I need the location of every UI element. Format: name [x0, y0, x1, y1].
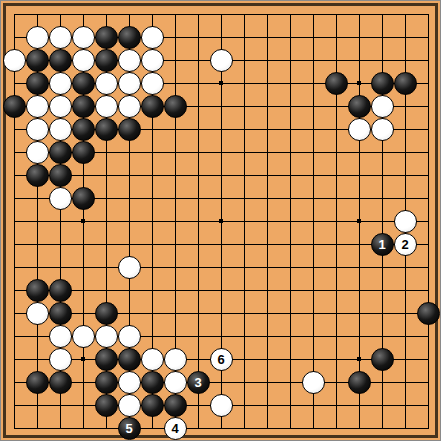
- stone-black: [95, 118, 118, 141]
- stone-white: [26, 95, 49, 118]
- stone-white: [118, 325, 141, 348]
- stone-white: [141, 348, 164, 371]
- stone-white: [72, 49, 95, 72]
- stone-black: [49, 141, 72, 164]
- star-point: [219, 81, 223, 85]
- stone-white: [118, 371, 141, 394]
- stone-black: [95, 49, 118, 72]
- stone-white: [164, 348, 187, 371]
- stone-black: [325, 72, 348, 95]
- stone-black: [49, 279, 72, 302]
- stone-black: [26, 371, 49, 394]
- move-number-label: 4: [171, 418, 178, 439]
- stone-black-move-1: 1: [371, 233, 394, 256]
- stone-black: [72, 72, 95, 95]
- stone-black: [118, 118, 141, 141]
- stone-white: [26, 302, 49, 325]
- stone-white: [49, 187, 72, 210]
- stone-white: [118, 394, 141, 417]
- stone-white: [371, 95, 394, 118]
- grid-line-vertical: [267, 14, 268, 429]
- stone-black: [72, 95, 95, 118]
- stone-black: [72, 187, 95, 210]
- stone-white: [95, 325, 118, 348]
- stone-white: [371, 118, 394, 141]
- stone-black-move-3: 3: [187, 371, 210, 394]
- stone-black: [118, 348, 141, 371]
- stone-black-move-5: 5: [118, 417, 141, 440]
- stone-black: [26, 49, 49, 72]
- stone-white: [26, 26, 49, 49]
- stone-black: [348, 95, 371, 118]
- stone-white: [49, 325, 72, 348]
- stone-black: [371, 72, 394, 95]
- stone-black: [371, 348, 394, 371]
- stone-white: [72, 26, 95, 49]
- grid-line-vertical: [244, 14, 245, 429]
- stone-white: [72, 325, 95, 348]
- stone-white: [141, 49, 164, 72]
- star-point: [81, 219, 85, 223]
- stone-black: [348, 371, 371, 394]
- stone-black: [417, 302, 440, 325]
- stone-white: [164, 371, 187, 394]
- stone-white: [49, 118, 72, 141]
- grid-line-vertical: [428, 14, 429, 429]
- stone-white: [3, 49, 26, 72]
- grid-line-vertical: [290, 14, 291, 429]
- stone-white: [394, 210, 417, 233]
- stone-white: [26, 141, 49, 164]
- stone-white-move-4: 4: [164, 417, 187, 440]
- stone-black: [26, 164, 49, 187]
- grid-line-horizontal: [14, 267, 429, 268]
- move-number-label: 3: [194, 372, 201, 393]
- stone-white: [118, 256, 141, 279]
- stone-black: [49, 371, 72, 394]
- grid-line-vertical: [313, 14, 314, 429]
- stone-black: [394, 72, 417, 95]
- stone-black: [72, 141, 95, 164]
- star-point: [357, 219, 361, 223]
- move-number-label: 2: [401, 234, 408, 255]
- stone-white: [118, 72, 141, 95]
- stone-white: [118, 95, 141, 118]
- stone-white: [49, 348, 72, 371]
- stone-white: [348, 118, 371, 141]
- grid-line-horizontal: [14, 244, 429, 245]
- stone-black: [95, 371, 118, 394]
- stone-white: [49, 26, 72, 49]
- stone-black: [49, 164, 72, 187]
- stone-white: [302, 371, 325, 394]
- stone-black: [141, 95, 164, 118]
- stone-white: [210, 49, 233, 72]
- star-point: [219, 219, 223, 223]
- stone-black: [3, 95, 26, 118]
- stone-white: [26, 118, 49, 141]
- stone-black: [72, 118, 95, 141]
- stone-white: [49, 72, 72, 95]
- stone-white-move-2: 2: [394, 233, 417, 256]
- stone-white: [118, 49, 141, 72]
- stone-black: [164, 95, 187, 118]
- stone-black: [95, 348, 118, 371]
- move-number-label: 6: [217, 349, 224, 370]
- stone-black: [26, 279, 49, 302]
- grid-line-horizontal: [14, 428, 429, 429]
- stone-white: [95, 95, 118, 118]
- stone-white: [141, 26, 164, 49]
- go-board-diagram: 126354: [0, 0, 441, 441]
- stone-white: [95, 72, 118, 95]
- stone-white-move-6: 6: [210, 348, 233, 371]
- stone-black: [95, 26, 118, 49]
- move-number-label: 1: [378, 234, 385, 255]
- grid-line-horizontal: [14, 290, 429, 291]
- stone-black: [141, 371, 164, 394]
- star-point: [357, 81, 361, 85]
- grid-line-horizontal: [14, 313, 429, 314]
- stone-white: [141, 72, 164, 95]
- stone-black: [141, 394, 164, 417]
- stone-white: [210, 394, 233, 417]
- stone-black: [95, 394, 118, 417]
- stone-black: [95, 302, 118, 325]
- star-point: [357, 357, 361, 361]
- stone-black: [26, 72, 49, 95]
- stone-white: [49, 95, 72, 118]
- stone-black: [164, 394, 187, 417]
- stone-black: [118, 26, 141, 49]
- star-point: [81, 357, 85, 361]
- stone-black: [49, 49, 72, 72]
- stone-black: [49, 302, 72, 325]
- move-number-label: 5: [125, 418, 132, 439]
